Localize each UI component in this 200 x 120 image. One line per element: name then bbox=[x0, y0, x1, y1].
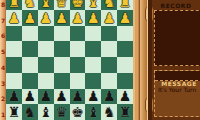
side-panel: RECORD MESSAGE It's Your Turn bbox=[152, 0, 200, 120]
square-f6[interactable] bbox=[85, 26, 101, 42]
piece-black-pawn-d2[interactable]: ♟ bbox=[55, 89, 68, 103]
divider-edge bbox=[147, 0, 152, 120]
square-a8[interactable]: ♜ bbox=[6, 0, 22, 10]
square-h5[interactable] bbox=[117, 41, 133, 57]
message-header: MESSAGE bbox=[155, 71, 200, 81]
wood-divider bbox=[133, 0, 152, 120]
square-c6[interactable] bbox=[38, 26, 54, 42]
chess-board[interactable]: ♜♞♝♛♚♝♞♜♟♟♟♟♟♟♟♟♟♟♟♟♟♟♟♟♜♞♝♛♚♝♞♜ bbox=[6, 0, 133, 120]
square-b6[interactable] bbox=[22, 26, 38, 42]
square-a1[interactable]: ♜ bbox=[6, 104, 22, 120]
piece-black-bishop-c1[interactable]: ♝ bbox=[39, 105, 52, 119]
square-b7[interactable]: ♟ bbox=[22, 10, 38, 26]
piece-black-pawn-e2[interactable]: ♟ bbox=[71, 89, 84, 103]
square-g6[interactable] bbox=[101, 26, 117, 42]
piece-black-pawn-g2[interactable]: ♟ bbox=[103, 89, 116, 103]
piece-black-rook-h1[interactable]: ♜ bbox=[119, 105, 132, 119]
piece-yellow-pawn-b7[interactable]: ♟ bbox=[24, 11, 37, 25]
square-e2[interactable]: ♟ bbox=[70, 89, 86, 105]
square-c7[interactable]: ♟ bbox=[38, 10, 54, 26]
square-e6[interactable] bbox=[70, 26, 86, 42]
piece-black-knight-b1[interactable]: ♞ bbox=[24, 105, 37, 119]
piece-black-pawn-a2[interactable]: ♟ bbox=[8, 89, 21, 103]
piece-black-pawn-f2[interactable]: ♟ bbox=[87, 89, 100, 103]
square-c2[interactable]: ♟ bbox=[38, 89, 54, 105]
square-f1[interactable]: ♝ bbox=[85, 104, 101, 120]
piece-yellow-rook-h8[interactable]: ♜ bbox=[119, 0, 132, 9]
square-h3[interactable] bbox=[117, 73, 133, 89]
square-b5[interactable] bbox=[22, 41, 38, 57]
piece-yellow-pawn-a7[interactable]: ♟ bbox=[8, 11, 21, 25]
square-c5[interactable] bbox=[38, 41, 54, 57]
square-a3[interactable] bbox=[6, 73, 22, 89]
square-b2[interactable]: ♟ bbox=[22, 89, 38, 105]
square-f8[interactable]: ♝ bbox=[85, 0, 101, 10]
piece-yellow-king-e8[interactable]: ♚ bbox=[71, 0, 84, 9]
square-h6[interactable] bbox=[117, 26, 133, 42]
piece-yellow-rook-a8[interactable]: ♜ bbox=[8, 0, 21, 9]
piece-yellow-bishop-c8[interactable]: ♝ bbox=[39, 0, 52, 9]
square-e8[interactable]: ♚ bbox=[70, 0, 86, 10]
square-e4[interactable] bbox=[70, 57, 86, 73]
square-a7[interactable]: ♟ bbox=[6, 10, 22, 26]
square-h2[interactable]: ♟ bbox=[117, 89, 133, 105]
piece-yellow-queen-d8[interactable]: ♛ bbox=[55, 0, 68, 9]
square-g3[interactable] bbox=[101, 73, 117, 89]
square-a6[interactable] bbox=[6, 26, 22, 42]
rank-label-3: 3 bbox=[0, 80, 6, 87]
square-f3[interactable] bbox=[85, 73, 101, 89]
square-e3[interactable] bbox=[70, 73, 86, 89]
record-title: RECORD bbox=[152, 2, 200, 9]
square-f5[interactable] bbox=[85, 41, 101, 57]
square-e1[interactable]: ♚ bbox=[70, 104, 86, 120]
square-d6[interactable] bbox=[54, 26, 70, 42]
square-h7[interactable]: ♟ bbox=[117, 10, 133, 26]
square-e5[interactable] bbox=[70, 41, 86, 57]
square-d3[interactable] bbox=[54, 73, 70, 89]
rank-label-strip: 87654321 bbox=[0, 0, 6, 120]
piece-black-queen-d1[interactable]: ♛ bbox=[55, 105, 68, 119]
rank-label-6: 6 bbox=[0, 32, 6, 39]
piece-yellow-pawn-d7[interactable]: ♟ bbox=[55, 11, 68, 25]
piece-yellow-bishop-f8[interactable]: ♝ bbox=[87, 0, 100, 9]
square-b1[interactable]: ♞ bbox=[22, 104, 38, 120]
square-b8[interactable]: ♞ bbox=[22, 0, 38, 10]
square-c8[interactable]: ♝ bbox=[38, 0, 54, 10]
rank-label-7: 7 bbox=[0, 17, 6, 24]
piece-black-pawn-c2[interactable]: ♟ bbox=[39, 89, 52, 103]
square-e7[interactable]: ♟ bbox=[70, 10, 86, 26]
piece-black-rook-a1[interactable]: ♜ bbox=[8, 105, 21, 119]
square-d8[interactable]: ♛ bbox=[54, 0, 70, 10]
record-box bbox=[154, 10, 200, 66]
square-d4[interactable] bbox=[54, 57, 70, 73]
rank-label-5: 5 bbox=[0, 48, 6, 55]
square-a5[interactable] bbox=[6, 41, 22, 57]
square-b3[interactable] bbox=[22, 73, 38, 89]
square-a4[interactable] bbox=[6, 57, 22, 73]
piece-black-bishop-f1[interactable]: ♝ bbox=[87, 105, 100, 119]
square-h8[interactable]: ♜ bbox=[117, 0, 133, 10]
rank-label-8: 8 bbox=[0, 1, 6, 8]
square-a2[interactable]: ♟ bbox=[6, 89, 22, 105]
piece-yellow-pawn-f7[interactable]: ♟ bbox=[87, 11, 100, 25]
chess-board-grid: ♜♞♝♛♚♝♞♜♟♟♟♟♟♟♟♟♟♟♟♟♟♟♟♟♜♞♝♛♚♝♞♜ bbox=[6, 0, 133, 120]
square-d1[interactable]: ♛ bbox=[54, 104, 70, 120]
square-c1[interactable]: ♝ bbox=[38, 104, 54, 120]
piece-black-knight-g1[interactable]: ♞ bbox=[103, 105, 116, 119]
square-f2[interactable]: ♟ bbox=[85, 89, 101, 105]
square-c3[interactable] bbox=[38, 73, 54, 89]
square-d5[interactable] bbox=[54, 41, 70, 57]
square-g4[interactable] bbox=[101, 57, 117, 73]
piece-yellow-knight-b8[interactable]: ♞ bbox=[24, 0, 37, 9]
square-h1[interactable]: ♜ bbox=[117, 104, 133, 120]
square-h4[interactable] bbox=[117, 57, 133, 73]
square-b4[interactable] bbox=[22, 57, 38, 73]
piece-black-pawn-h2[interactable]: ♟ bbox=[119, 89, 132, 103]
rank-label-1: 1 bbox=[0, 111, 6, 118]
piece-yellow-knight-g8[interactable]: ♞ bbox=[103, 0, 116, 9]
rank-label-4: 4 bbox=[0, 64, 6, 71]
square-g1[interactable]: ♞ bbox=[101, 104, 117, 120]
piece-black-pawn-b2[interactable]: ♟ bbox=[24, 89, 37, 103]
square-f7[interactable]: ♟ bbox=[85, 10, 101, 26]
square-d7[interactable]: ♟ bbox=[54, 10, 70, 26]
piece-yellow-pawn-g7[interactable]: ♟ bbox=[103, 11, 116, 25]
message-box: MESSAGE It's Your Turn bbox=[154, 70, 200, 117]
piece-yellow-pawn-c7[interactable]: ♟ bbox=[39, 11, 52, 25]
chess-game-window: 87654321 ♜♞♝♛♚♝♞♜♟♟♟♟♟♟♟♟♟♟♟♟♟♟♟♟♜♞♝♛♚♝♞… bbox=[0, 0, 200, 120]
piece-yellow-pawn-e7[interactable]: ♟ bbox=[71, 11, 84, 25]
square-f4[interactable] bbox=[85, 57, 101, 73]
rank-label-2: 2 bbox=[0, 95, 6, 102]
square-d2[interactable]: ♟ bbox=[54, 89, 70, 105]
square-g8[interactable]: ♞ bbox=[101, 0, 117, 10]
piece-black-king-e1[interactable]: ♚ bbox=[71, 105, 84, 119]
square-c4[interactable] bbox=[38, 57, 54, 73]
square-g2[interactable]: ♟ bbox=[101, 89, 117, 105]
square-g7[interactable]: ♟ bbox=[101, 10, 117, 26]
square-g5[interactable] bbox=[101, 41, 117, 57]
piece-yellow-pawn-h7[interactable]: ♟ bbox=[119, 11, 132, 25]
